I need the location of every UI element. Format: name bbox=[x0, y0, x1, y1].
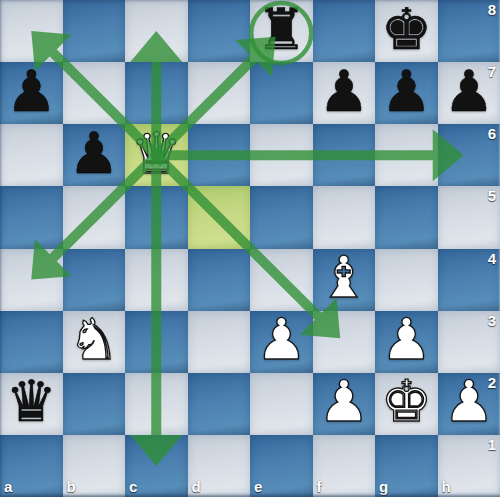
square-a4[interactable] bbox=[0, 249, 63, 311]
square-h6[interactable]: 6 bbox=[438, 124, 500, 186]
square-h3[interactable]: 3 bbox=[438, 311, 500, 373]
square-b6[interactable]: ♟ bbox=[63, 124, 126, 186]
square-g5[interactable] bbox=[375, 186, 438, 248]
white-bishop-f4[interactable]: ♝ bbox=[318, 249, 369, 306]
white-queen-c6[interactable]: ♛ bbox=[131, 125, 182, 182]
black-queen-a2[interactable]: ♛ bbox=[6, 373, 57, 430]
white-pawn-g3[interactable]: ♟ bbox=[381, 311, 432, 368]
square-g8[interactable]: ♚ bbox=[375, 0, 438, 62]
black-pawn-h7[interactable]: ♟ bbox=[443, 63, 494, 120]
rank-label-1: 1 bbox=[488, 436, 496, 453]
rank-label-3: 3 bbox=[488, 312, 496, 329]
square-a8[interactable] bbox=[0, 0, 63, 62]
file-label-f: f bbox=[317, 478, 322, 495]
square-g1[interactable]: g bbox=[375, 435, 438, 497]
square-d5[interactable] bbox=[188, 186, 251, 248]
square-a5[interactable] bbox=[0, 186, 63, 248]
square-f8[interactable] bbox=[313, 0, 376, 62]
white-pawn-f2[interactable]: ♟ bbox=[318, 373, 369, 430]
square-f7[interactable]: ♟ bbox=[313, 62, 376, 124]
square-c2[interactable] bbox=[125, 373, 188, 435]
file-label-b: b bbox=[67, 478, 76, 495]
square-h7[interactable]: ♟7 bbox=[438, 62, 500, 124]
square-e3[interactable]: ♟ bbox=[250, 311, 313, 373]
square-g6[interactable] bbox=[375, 124, 438, 186]
square-b8[interactable] bbox=[63, 0, 126, 62]
square-g2[interactable]: ♚ bbox=[375, 373, 438, 435]
square-a6[interactable] bbox=[0, 124, 63, 186]
square-h4[interactable]: 4 bbox=[438, 249, 500, 311]
square-e4[interactable] bbox=[250, 249, 313, 311]
white-knight-b3[interactable]: ♞ bbox=[68, 311, 119, 368]
square-f5[interactable] bbox=[313, 186, 376, 248]
square-d6[interactable] bbox=[188, 124, 251, 186]
square-c8[interactable] bbox=[125, 0, 188, 62]
rank-label-2: 2 bbox=[488, 374, 496, 391]
black-pawn-a7[interactable]: ♟ bbox=[6, 63, 57, 120]
square-d2[interactable] bbox=[188, 373, 251, 435]
white-pawn-h2[interactable]: ♟ bbox=[443, 373, 494, 430]
square-b5[interactable] bbox=[63, 186, 126, 248]
square-g7[interactable]: ♟ bbox=[375, 62, 438, 124]
square-d3[interactable] bbox=[188, 311, 251, 373]
chess-board: ♜♚8♟♟♟♟7♟♛65♝4♞♟♟3♛♟♚♟2abcdefgh1 bbox=[0, 0, 500, 497]
square-e7[interactable] bbox=[250, 62, 313, 124]
rank-label-6: 6 bbox=[488, 125, 496, 142]
square-a2[interactable]: ♛ bbox=[0, 373, 63, 435]
file-label-e: e bbox=[254, 478, 262, 495]
square-g3[interactable]: ♟ bbox=[375, 311, 438, 373]
file-label-g: g bbox=[379, 478, 388, 495]
white-king-g2[interactable]: ♚ bbox=[381, 373, 432, 430]
black-king-g8[interactable]: ♚ bbox=[381, 1, 432, 58]
rank-label-5: 5 bbox=[488, 187, 496, 204]
file-label-a: a bbox=[4, 478, 12, 495]
square-b3[interactable]: ♞ bbox=[63, 311, 126, 373]
square-c4[interactable] bbox=[125, 249, 188, 311]
square-h5[interactable]: 5 bbox=[438, 186, 500, 248]
square-d7[interactable] bbox=[188, 62, 251, 124]
black-rook-e8[interactable]: ♜ bbox=[256, 1, 307, 58]
file-label-h: h bbox=[442, 478, 451, 495]
square-b1[interactable]: b bbox=[63, 435, 126, 497]
square-c3[interactable] bbox=[125, 311, 188, 373]
black-pawn-g7[interactable]: ♟ bbox=[381, 63, 432, 120]
square-b4[interactable] bbox=[63, 249, 126, 311]
chess-board-wrap: ♜♚8♟♟♟♟7♟♛65♝4♞♟♟3♛♟♚♟2abcdefgh1 bbox=[0, 0, 500, 497]
square-f4[interactable]: ♝ bbox=[313, 249, 376, 311]
square-e6[interactable] bbox=[250, 124, 313, 186]
square-e5[interactable] bbox=[250, 186, 313, 248]
square-g4[interactable] bbox=[375, 249, 438, 311]
square-c1[interactable]: c bbox=[125, 435, 188, 497]
square-e2[interactable] bbox=[250, 373, 313, 435]
square-h2[interactable]: ♟2 bbox=[438, 373, 500, 435]
rank-label-7: 7 bbox=[488, 63, 496, 80]
square-f2[interactable]: ♟ bbox=[313, 373, 376, 435]
file-label-c: c bbox=[129, 478, 137, 495]
square-c6[interactable]: ♛ bbox=[125, 124, 188, 186]
square-b2[interactable] bbox=[63, 373, 126, 435]
square-b7[interactable] bbox=[63, 62, 126, 124]
square-d1[interactable]: d bbox=[188, 435, 251, 497]
square-e1[interactable]: e bbox=[250, 435, 313, 497]
white-pawn-e3[interactable]: ♟ bbox=[256, 311, 307, 368]
square-a7[interactable]: ♟ bbox=[0, 62, 63, 124]
square-a1[interactable]: a bbox=[0, 435, 63, 497]
square-e8[interactable]: ♜ bbox=[250, 0, 313, 62]
square-a3[interactable] bbox=[0, 311, 63, 373]
square-c7[interactable] bbox=[125, 62, 188, 124]
rank-label-4: 4 bbox=[488, 250, 496, 267]
square-f1[interactable]: f bbox=[313, 435, 376, 497]
square-d8[interactable] bbox=[188, 0, 251, 62]
square-f6[interactable] bbox=[313, 124, 376, 186]
black-pawn-f7[interactable]: ♟ bbox=[318, 63, 369, 120]
file-label-d: d bbox=[192, 478, 201, 495]
square-f3[interactable] bbox=[313, 311, 376, 373]
square-h1[interactable]: h1 bbox=[438, 435, 500, 497]
square-h8[interactable]: 8 bbox=[438, 0, 500, 62]
rank-label-8: 8 bbox=[488, 1, 496, 18]
square-d4[interactable] bbox=[188, 249, 251, 311]
black-pawn-b6[interactable]: ♟ bbox=[68, 125, 119, 182]
square-c5[interactable] bbox=[125, 186, 188, 248]
